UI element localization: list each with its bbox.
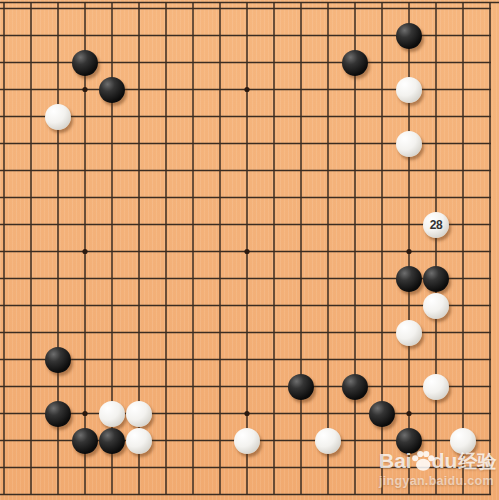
white-stone: [396, 131, 422, 157]
white-stone: [315, 428, 341, 454]
white-stone: [45, 104, 71, 130]
white-stone: 28: [423, 212, 449, 238]
black-stone: [396, 23, 422, 49]
board-intersection: [396, 319, 423, 346]
black-stone: [369, 401, 395, 427]
board-intersection: [342, 373, 369, 400]
board-intersection: [423, 265, 450, 292]
black-stone: [45, 347, 71, 373]
board-intersection: [45, 346, 72, 373]
black-stone: [72, 50, 98, 76]
black-stone: [99, 77, 125, 103]
black-stone: [342, 50, 368, 76]
board-intersection: [45, 400, 72, 427]
board-intersection: [396, 265, 423, 292]
board-intersection: [369, 400, 396, 427]
black-stone: [99, 428, 125, 454]
black-stone: [396, 266, 422, 292]
board-intersection: [45, 103, 72, 130]
board-intersection: [72, 49, 99, 76]
white-stone: [126, 428, 152, 454]
board-intersection: [315, 427, 342, 454]
board-intersection: [234, 427, 261, 454]
watermark-brand-suffix: du: [432, 450, 458, 471]
white-stone: [423, 293, 449, 319]
board-intersection: [423, 373, 450, 400]
board-intersection: [396, 130, 423, 157]
black-stone: [288, 374, 314, 400]
move-number-label: 28: [423, 212, 449, 238]
board-intersection: [72, 427, 99, 454]
board-intersection: [126, 427, 153, 454]
white-stone: [126, 401, 152, 427]
board-intersection: [99, 400, 126, 427]
board-intersection: 28: [423, 211, 450, 238]
board-intersection: [423, 292, 450, 319]
black-stone: [342, 374, 368, 400]
black-stone: [72, 428, 98, 454]
paw-icon: [411, 450, 435, 472]
board-intersection: [342, 49, 369, 76]
white-stone: [396, 77, 422, 103]
watermark: Bai du 经验 jingyan.baidu.com: [379, 446, 496, 488]
board-intersection: [99, 76, 126, 103]
watermark-url: jingyan.baidu.com: [379, 474, 496, 488]
black-stone: [423, 266, 449, 292]
white-stone: [423, 374, 449, 400]
white-stone: [396, 320, 422, 346]
board-intersection: [396, 22, 423, 49]
watermark-brand-prefix: Bai: [379, 450, 412, 471]
board-intersection: [288, 373, 315, 400]
white-stone: [234, 428, 260, 454]
watermark-brand-cjk: 经验: [458, 452, 496, 471]
board-intersection: [99, 427, 126, 454]
board-intersection: [126, 400, 153, 427]
watermark-brand: Bai du 经验: [379, 446, 496, 471]
board-cells: 28: [0, 0, 499, 500]
white-stone: [99, 401, 125, 427]
black-stone: [45, 401, 71, 427]
board-intersection: [396, 76, 423, 103]
go-board-diagram: 28 Bai du 经验 jingyan.baidu.com: [0, 0, 499, 500]
